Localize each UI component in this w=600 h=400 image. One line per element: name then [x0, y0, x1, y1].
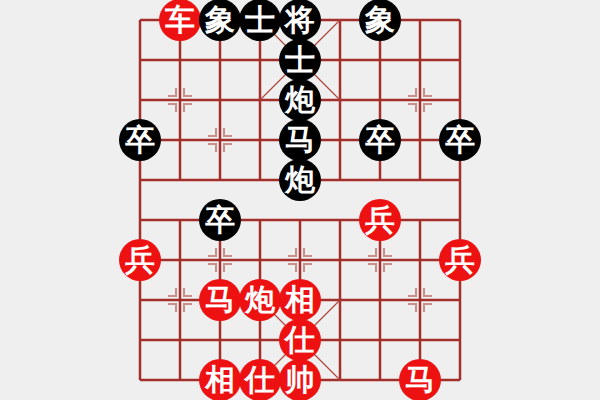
piece-red-elephant[interactable]: 相 [199, 359, 241, 400]
piece-black-soldier[interactable]: 卒 [359, 119, 401, 161]
piece-black-cannon[interactable]: 炮 [279, 159, 321, 201]
piece-red-king[interactable]: 帅 [279, 359, 321, 400]
piece-red-soldier[interactable]: 兵 [439, 239, 481, 281]
piece-red-horse[interactable]: 马 [199, 279, 241, 321]
piece-black-advisor[interactable]: 士 [279, 39, 321, 81]
piece-black-cannon[interactable]: 炮 [279, 79, 321, 121]
piece-red-cannon[interactable]: 炮 [239, 279, 281, 321]
piece-red-advisor[interactable]: 仕 [239, 359, 281, 400]
piece-black-elephant[interactable]: 象 [359, 0, 401, 41]
pieces-layer: 车象士将象士炮卒马卒卒炮卒兵兵兵马炮相仕相仕帅马 [0, 0, 600, 400]
piece-red-elephant[interactable]: 相 [279, 279, 321, 321]
piece-black-advisor[interactable]: 士 [239, 0, 281, 41]
piece-black-elephant[interactable]: 象 [199, 0, 241, 41]
piece-black-soldier[interactable]: 卒 [199, 199, 241, 241]
piece-red-advisor[interactable]: 仕 [279, 319, 321, 361]
piece-black-soldier[interactable]: 卒 [439, 119, 481, 161]
piece-red-chariot[interactable]: 车 [159, 0, 201, 41]
piece-red-soldier[interactable]: 兵 [119, 239, 161, 281]
xiangqi-board: 车象士将象士炮卒马卒卒炮卒兵兵兵马炮相仕相仕帅马 [0, 0, 600, 400]
piece-black-soldier[interactable]: 卒 [119, 119, 161, 161]
piece-red-horse[interactable]: 马 [399, 359, 441, 400]
piece-red-soldier[interactable]: 兵 [359, 199, 401, 241]
piece-black-horse[interactable]: 马 [279, 119, 321, 161]
piece-black-king[interactable]: 将 [279, 0, 321, 41]
